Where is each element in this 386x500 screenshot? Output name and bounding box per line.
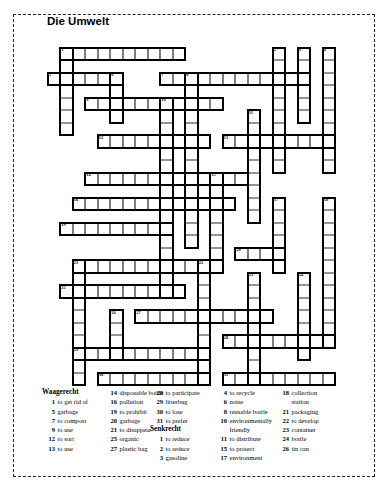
grid-cell[interactable] [185,148,198,161]
grid-cell[interactable] [160,210,173,223]
grid-cell[interactable] [110,173,123,186]
grid-cell[interactable] [148,98,161,111]
grid-cell[interactable] [60,285,73,298]
grid-cell[interactable] [85,73,98,86]
grid-cell[interactable] [185,210,198,223]
grid-cell[interactable] [135,373,148,386]
grid-cell[interactable] [198,335,211,348]
grid-cell[interactable] [273,198,286,211]
grid-cell[interactable] [298,285,311,298]
grid-cell[interactable] [198,373,211,386]
grid-cell[interactable] [198,348,211,361]
grid-cell[interactable] [260,373,273,386]
grid-cell[interactable] [323,135,336,148]
grid-cell[interactable] [223,335,236,348]
grid-cell[interactable] [273,73,286,86]
grid-cell[interactable] [160,248,173,261]
grid-cell[interactable] [248,148,261,161]
grid-cell[interactable] [148,198,161,211]
grid-cell[interactable] [148,48,161,61]
grid-cell[interactable] [110,260,123,273]
grid-cell[interactable] [135,260,148,273]
grid-cell[interactable] [223,310,236,323]
grid-cell[interactable] [135,135,148,148]
grid-cell[interactable] [173,73,186,86]
grid-cell[interactable] [323,110,336,123]
clue-number: 18 [276,388,289,407]
grid-cell[interactable] [148,373,161,386]
grid-cell[interactable] [173,48,186,61]
grid-cell[interactable] [110,373,123,386]
grid-cell[interactable] [85,260,98,273]
grid-cell[interactable] [73,335,86,348]
grid-cell[interactable] [323,373,336,386]
grid-cell[interactable] [110,73,123,86]
grid-cell[interactable] [185,110,198,123]
grid-cell[interactable] [298,310,311,323]
clue-text: to reduce [166,444,216,453]
grid-cell[interactable] [148,310,161,323]
grid-cell[interactable] [273,373,286,386]
grid-cell[interactable] [323,73,336,86]
grid-cell[interactable] [173,348,186,361]
grid-cell[interactable] [73,348,86,361]
grid-cell[interactable] [160,260,173,273]
grid-cell[interactable] [148,260,161,273]
grid-cell[interactable] [148,135,161,148]
grid-cell[interactable] [135,310,148,323]
clue-item: 1to reduce [150,434,216,443]
grid-cell[interactable] [173,260,186,273]
grid-cell[interactable] [123,373,136,386]
grid-cell[interactable] [135,348,148,361]
clue-number: 14 [104,388,117,397]
grid-cell[interactable] [210,198,223,211]
grid-cell[interactable] [285,335,298,348]
grid-cell[interactable] [248,73,261,86]
grid-cell[interactable] [310,335,323,348]
grid-cell[interactable] [160,123,173,136]
grid-cell[interactable] [248,285,261,298]
clue-number: 25 [104,434,117,443]
grid-cell[interactable] [185,173,198,186]
grid-cell[interactable] [323,210,336,223]
grid-cell[interactable] [73,223,86,236]
grid-cell[interactable] [73,360,86,373]
grid-cell[interactable] [135,98,148,111]
grid-cell[interactable] [273,223,286,236]
grid-cell[interactable] [223,373,236,386]
grid-cell[interactable] [73,198,86,211]
grid-cell[interactable] [185,235,198,248]
grid-cell[interactable] [110,85,123,98]
grid-cell[interactable] [235,173,248,186]
grid-cell[interactable] [85,98,98,111]
grid-cell[interactable] [135,285,148,298]
grid-cell[interactable] [198,173,211,186]
grid-cell[interactable] [110,110,123,123]
grid-cell[interactable] [73,285,86,298]
grid-cell[interactable] [198,310,211,323]
grid-cell[interactable] [298,60,311,73]
clue-item: 1to get rid of [42,397,104,406]
grid-cell[interactable] [285,135,298,148]
grid-cell[interactable] [160,373,173,386]
grid-cell[interactable] [123,260,136,273]
clue-number: 21 [276,407,289,416]
grid-cell[interactable] [85,285,98,298]
grid-cell[interactable] [323,85,336,98]
grid-cell[interactable] [185,348,198,361]
grid-cell[interactable] [248,323,261,336]
grid-cell[interactable] [248,110,261,123]
grid-cell[interactable] [298,135,311,148]
grid-cell[interactable] [285,373,298,386]
grid-cell[interactable] [298,73,311,86]
grid-cell[interactable] [248,310,261,323]
grid-cell[interactable] [248,348,261,361]
grid-cell[interactable] [198,323,211,336]
grid-cell[interactable] [73,73,86,86]
grid-cell[interactable] [123,98,136,111]
grid-cell[interactable] [210,98,223,111]
grid-cell[interactable] [323,285,336,298]
grid-cell[interactable] [248,248,261,261]
clue-text: noise [230,397,278,406]
grid-cell[interactable] [135,223,148,236]
grid-cell[interactable] [123,348,136,361]
grid-cell[interactable] [198,285,211,298]
grid-cell[interactable] [323,248,336,261]
grid-cell[interactable] [123,285,136,298]
grid-cell[interactable] [98,260,111,273]
grid-cell[interactable] [135,173,148,186]
grid-cell[interactable] [160,310,173,323]
grid-cell[interactable] [248,373,261,386]
clue-number: 9 [42,425,55,434]
grid-cell[interactable] [110,98,123,111]
grid-cell[interactable] [210,173,223,186]
grid-cell[interactable] [85,198,98,211]
grid-cell[interactable] [148,285,161,298]
grid-cell[interactable] [98,173,111,186]
grid-cell[interactable] [260,335,273,348]
grid-cell[interactable] [298,348,311,361]
grid-cell[interactable] [273,123,286,136]
grid-cell[interactable] [110,223,123,236]
grid-cell[interactable] [198,135,211,148]
grid-cell[interactable] [110,323,123,336]
clue-number: 28 [150,388,163,397]
grid-cell[interactable] [160,235,173,248]
grid-cell[interactable] [273,248,286,261]
grid-cell[interactable] [85,48,98,61]
clue-column: 4to recycle6noise8reusable bottle10envir… [214,388,278,462]
grid-cell[interactable] [198,273,211,286]
worksheet-page: { "game": "crossword (German vocabulary … [0,0,386,500]
grid-cell[interactable] [310,135,323,148]
grid-cell[interactable] [273,110,286,123]
grid-cell[interactable] [98,373,111,386]
grid-cell[interactable] [298,110,311,123]
grid-cell[interactable] [323,260,336,273]
clue-text: to get rid of [58,397,104,406]
grid-cell[interactable] [248,210,261,223]
grid-cell[interactable] [248,298,261,311]
clue-number: 2 [150,444,163,453]
grid-cell[interactable] [110,335,123,348]
grid-cell[interactable] [123,198,136,211]
grid-cell[interactable] [273,135,286,148]
grid-cell[interactable] [235,248,248,261]
grid-cell[interactable] [223,73,236,86]
clue-number: 13 [42,444,55,453]
grid-cell[interactable] [260,135,273,148]
grid-cell[interactable] [298,335,311,348]
clue-text: to compost [58,416,104,425]
grid-cell[interactable] [198,98,211,111]
grid-cell[interactable] [248,160,261,173]
grid-cell[interactable] [160,148,173,161]
grid-cell[interactable] [260,73,273,86]
grid-cell[interactable] [185,260,198,273]
grid-cell[interactable] [185,85,198,98]
grid-cell[interactable] [173,135,186,148]
grid-cell[interactable] [298,98,311,111]
grid-cell[interactable] [135,198,148,211]
grid-cell[interactable] [323,148,336,161]
grid-cell[interactable] [235,135,248,148]
clue-text: to recycle [230,388,278,397]
grid-cell[interactable] [173,310,186,323]
grid-cell[interactable] [210,260,223,273]
grid-cell[interactable] [110,285,123,298]
grid-cell[interactable] [185,310,198,323]
grid-cell[interactable] [298,48,311,61]
grid-cell[interactable] [160,135,173,148]
grid-cell[interactable] [273,235,286,248]
grid-cell[interactable] [273,60,286,73]
grid-cell[interactable] [123,48,136,61]
grid-cell[interactable] [135,48,148,61]
grid-cell[interactable] [110,310,123,323]
grid-cell[interactable] [85,348,98,361]
grid-cell[interactable] [323,273,336,286]
grid-cell[interactable] [185,373,198,386]
grid-cell[interactable] [223,135,236,148]
grid-cell[interactable] [98,198,111,211]
grid-cell[interactable] [273,85,286,98]
grid-cell[interactable] [323,310,336,323]
grid-cell[interactable] [248,173,261,186]
grid-cell[interactable] [248,360,261,373]
clue-text: to prefer [166,416,216,425]
grid-cell[interactable] [248,123,261,136]
grid-cell[interactable] [210,223,223,236]
grid-cell[interactable] [298,85,311,98]
grid-cell[interactable] [73,323,86,336]
grid-cell[interactable] [85,173,98,186]
grid-cell[interactable] [148,223,161,236]
grid-cell[interactable] [223,173,236,186]
grid-cell[interactable] [185,135,198,148]
grid-cell[interactable] [73,373,86,386]
grid-cell[interactable] [98,48,111,61]
grid-cell[interactable] [160,98,173,111]
grid-cell[interactable] [298,323,311,336]
grid-cell[interactable] [123,173,136,186]
grid-cell[interactable] [173,285,186,298]
grid-cell[interactable] [210,185,223,198]
grid-cell[interactable] [60,73,73,86]
grid-cell[interactable] [310,373,323,386]
grid-cell[interactable] [273,335,286,348]
clue-item: 12to sort [42,434,104,443]
grid-cell[interactable] [323,223,336,236]
grid-cell[interactable] [323,160,336,173]
grid-cell[interactable] [210,73,223,86]
grid-cell[interactable] [323,98,336,111]
clue-number: 15 [214,444,227,453]
grid-cell[interactable] [98,223,111,236]
grid-cell[interactable] [323,123,336,136]
grid-cell[interactable] [185,160,198,173]
grid-cell[interactable] [235,335,248,348]
grid-cell[interactable] [323,298,336,311]
grid-cell[interactable] [173,98,186,111]
grid-cell[interactable] [123,223,136,236]
grid-cell[interactable] [273,210,286,223]
grid-cell[interactable] [160,198,173,211]
grid-cell[interactable] [110,135,123,148]
clue-number: 11 [214,434,227,443]
grid-cell[interactable] [160,348,173,361]
grid-cell[interactable] [160,48,173,61]
grid-cell[interactable] [210,235,223,248]
grid-cell[interactable] [160,73,173,86]
grid-cell[interactable] [98,98,111,111]
grid-cell[interactable] [160,223,173,236]
grid-cell[interactable] [198,360,211,373]
grid-cell[interactable] [60,223,73,236]
grid-cell[interactable] [198,73,211,86]
grid-cell[interactable] [60,60,73,73]
grid-cell[interactable] [60,48,73,61]
grid-cell[interactable] [98,348,111,361]
clue-item: 10environmentally friendly [214,416,278,435]
grid-cell[interactable] [323,60,336,73]
grid-cell[interactable] [73,260,86,273]
grid-cell[interactable] [273,148,286,161]
clue-item: 22to develop [276,416,328,425]
grid-cell[interactable] [323,235,336,248]
grid-cell[interactable] [323,48,336,61]
grid-cell[interactable] [185,73,198,86]
grid-cell[interactable] [323,323,336,336]
grid-cell[interactable] [123,135,136,148]
grid-cell[interactable] [323,198,336,211]
grid-cell[interactable] [185,198,198,211]
grid-cell[interactable] [248,198,261,211]
grid-cell[interactable] [273,98,286,111]
grid-cell[interactable] [160,273,173,286]
grid-cell[interactable] [160,285,173,298]
grid-cell[interactable] [98,135,111,148]
grid-cell[interactable] [235,373,248,386]
grid-cell[interactable] [285,73,298,86]
grid-cell[interactable] [210,310,223,323]
grid-cell[interactable] [273,48,286,61]
grid-cell[interactable] [260,310,273,323]
clue-number: 12 [42,434,55,443]
grid-cell[interactable] [223,198,236,211]
grid-cell[interactable] [185,123,198,136]
grid-cell[interactable] [298,373,311,386]
grid-cell[interactable] [98,73,111,86]
grid-cell[interactable] [185,98,198,111]
grid-cell[interactable] [148,173,161,186]
clue-item: 8reusable bottle [214,407,278,416]
grid-cell[interactable] [60,110,73,123]
clue-section-header: Senkrecht [150,425,216,434]
grid-cell[interactable] [210,210,223,223]
grid-cell[interactable] [248,273,261,286]
grid-cell[interactable] [110,348,123,361]
grid-cell[interactable] [148,348,161,361]
grid-cell[interactable] [73,273,86,286]
grid-cell[interactable] [160,173,173,186]
grid-cell[interactable] [173,173,186,186]
grid-cell[interactable] [73,310,86,323]
grid-cell[interactable] [60,98,73,111]
grid-cell[interactable] [248,135,261,148]
grid-cell[interactable] [198,298,211,311]
grid-cell[interactable] [110,48,123,61]
grid-cell[interactable] [98,285,111,298]
grid-cell[interactable] [298,298,311,311]
clue-number: 1 [150,434,163,443]
grid-cell[interactable] [273,260,286,273]
grid-cell[interactable] [85,223,98,236]
clue-number: 6 [214,397,227,406]
grid-cell[interactable] [160,110,173,123]
grid-cell[interactable] [210,248,223,261]
grid-cell[interactable] [73,298,86,311]
grid-cell[interactable] [185,223,198,236]
grid-cell[interactable] [173,198,186,211]
grid-cell[interactable] [60,85,73,98]
grid-cell[interactable] [48,73,61,86]
grid-cell[interactable] [160,160,173,173]
grid-cell[interactable] [248,335,261,348]
grid-cell[interactable] [248,185,261,198]
grid-cell[interactable] [198,198,211,211]
grid-cell[interactable] [198,260,211,273]
grid-cell[interactable] [110,198,123,211]
grid-cell[interactable] [273,160,286,173]
grid-cell[interactable] [160,185,173,198]
grid-cell[interactable] [173,373,186,386]
clue-text: packaging [292,407,328,416]
grid-cell[interactable] [185,185,198,198]
grid-cell[interactable] [298,273,311,286]
grid-cell[interactable] [260,248,273,261]
grid-cell[interactable] [235,310,248,323]
grid-cell[interactable] [60,123,73,136]
grid-cell[interactable] [323,335,336,348]
grid-cell[interactable] [73,48,86,61]
grid-cell[interactable] [235,73,248,86]
